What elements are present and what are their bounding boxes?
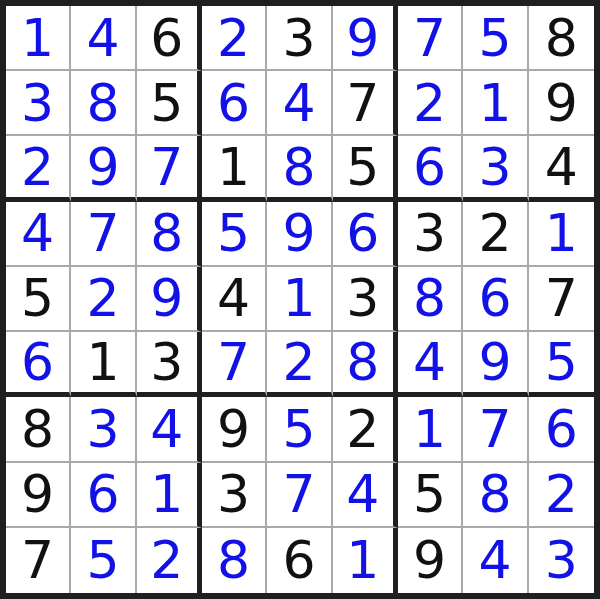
- cell-r2c3[interactable]: 5: [137, 71, 202, 136]
- solved-digit: 8: [478, 468, 511, 520]
- cell-r5c8[interactable]: 6: [463, 267, 528, 332]
- cell-r7c3[interactable]: 4: [137, 397, 202, 462]
- cell-r4c8[interactable]: 2: [463, 202, 528, 267]
- cell-r3c5[interactable]: 8: [267, 136, 332, 201]
- cell-r2c1[interactable]: 3: [6, 71, 71, 136]
- solved-digit: 7: [282, 468, 315, 520]
- cell-r4c1[interactable]: 4: [6, 202, 71, 267]
- solved-digit: 1: [478, 77, 511, 129]
- solved-digit: 1: [346, 534, 379, 586]
- cell-r6c4[interactable]: 7: [202, 332, 267, 397]
- cell-r5c4[interactable]: 4: [202, 267, 267, 332]
- solved-digit: 1: [150, 468, 183, 520]
- cell-r9c5[interactable]: 6: [267, 528, 332, 593]
- solved-digit: 8: [346, 336, 379, 388]
- given-digit: 4: [545, 141, 578, 193]
- given-digit: 9: [217, 403, 250, 455]
- cell-r6c7[interactable]: 4: [398, 332, 463, 397]
- cell-r6c6[interactable]: 8: [333, 332, 398, 397]
- cell-r4c6[interactable]: 6: [333, 202, 398, 267]
- cell-r2c8[interactable]: 1: [463, 71, 528, 136]
- solved-digit: 1: [21, 12, 54, 64]
- given-digit: 3: [217, 468, 250, 520]
- solved-digit: 8: [217, 534, 250, 586]
- cell-r8c2[interactable]: 6: [71, 463, 136, 528]
- solved-digit: 4: [21, 207, 54, 259]
- solved-digit: 4: [413, 336, 446, 388]
- solved-digit: 8: [86, 77, 119, 129]
- solved-digit: 6: [545, 403, 578, 455]
- cell-r8c7[interactable]: 5: [398, 463, 463, 528]
- cell-r3c4[interactable]: 1: [202, 136, 267, 201]
- cell-r1c3[interactable]: 6: [137, 6, 202, 71]
- cell-r3c3[interactable]: 7: [137, 136, 202, 201]
- solved-digit: 7: [217, 336, 250, 388]
- cell-r8c8[interactable]: 8: [463, 463, 528, 528]
- cell-r2c2[interactable]: 8: [71, 71, 136, 136]
- cell-r2c7[interactable]: 2: [398, 71, 463, 136]
- solved-digit: 5: [217, 207, 250, 259]
- cell-r9c2[interactable]: 5: [71, 528, 136, 593]
- cell-r5c7[interactable]: 8: [398, 267, 463, 332]
- cell-r3c6[interactable]: 5: [333, 136, 398, 201]
- given-digit: 2: [346, 403, 379, 455]
- cell-r1c6[interactable]: 9: [333, 6, 398, 71]
- cell-r7c8[interactable]: 7: [463, 397, 528, 462]
- cell-r3c8[interactable]: 3: [463, 136, 528, 201]
- cell-r9c6[interactable]: 1: [333, 528, 398, 593]
- solved-digit: 6: [86, 468, 119, 520]
- cell-r8c1[interactable]: 9: [6, 463, 71, 528]
- cell-r3c1[interactable]: 2: [6, 136, 71, 201]
- cell-r2c9[interactable]: 9: [529, 71, 594, 136]
- solved-digit: 6: [21, 336, 54, 388]
- given-digit: 5: [413, 468, 446, 520]
- given-digit: 3: [413, 207, 446, 259]
- cell-r8c5[interactable]: 7: [267, 463, 332, 528]
- solved-digit: 9: [282, 207, 315, 259]
- cell-r8c6[interactable]: 4: [333, 463, 398, 528]
- cell-r4c3[interactable]: 8: [137, 202, 202, 267]
- given-digit: 2: [478, 207, 511, 259]
- solved-digit: 2: [86, 272, 119, 324]
- cell-r7c2[interactable]: 3: [71, 397, 136, 462]
- solved-digit: 4: [282, 77, 315, 129]
- cell-r7c1[interactable]: 8: [6, 397, 71, 462]
- solved-digit: 5: [478, 12, 511, 64]
- given-digit: 9: [413, 534, 446, 586]
- cell-r1c5[interactable]: 3: [267, 6, 332, 71]
- cell-r1c7[interactable]: 7: [398, 6, 463, 71]
- solved-digit: 4: [346, 468, 379, 520]
- cell-r8c4[interactable]: 3: [202, 463, 267, 528]
- given-digit: 6: [282, 534, 315, 586]
- cell-r6c8[interactable]: 9: [463, 332, 528, 397]
- solved-digit: 8: [413, 272, 446, 324]
- solved-digit: 9: [346, 12, 379, 64]
- given-digit: 6: [150, 12, 183, 64]
- cell-r4c5[interactable]: 9: [267, 202, 332, 267]
- solved-digit: 3: [21, 77, 54, 129]
- solved-digit: 1: [413, 403, 446, 455]
- given-digit: 1: [86, 336, 119, 388]
- cell-r7c6[interactable]: 2: [333, 397, 398, 462]
- solved-digit: 9: [478, 336, 511, 388]
- cell-r5c5[interactable]: 1: [267, 267, 332, 332]
- cell-r1c2[interactable]: 4: [71, 6, 136, 71]
- cell-r5c6[interactable]: 3: [333, 267, 398, 332]
- solved-digit: 4: [86, 12, 119, 64]
- given-digit: 3: [346, 272, 379, 324]
- cell-r9c7[interactable]: 9: [398, 528, 463, 593]
- solved-digit: 6: [346, 207, 379, 259]
- solved-digit: 7: [86, 207, 119, 259]
- solved-digit: 6: [217, 77, 250, 129]
- given-digit: 5: [346, 141, 379, 193]
- solved-digit: 1: [545, 207, 578, 259]
- solved-digit: 2: [217, 12, 250, 64]
- cell-r5c9[interactable]: 7: [529, 267, 594, 332]
- solved-digit: 3: [545, 534, 578, 586]
- cell-r9c3[interactable]: 2: [137, 528, 202, 593]
- cell-r8c9[interactable]: 2: [529, 463, 594, 528]
- solved-digit: 8: [150, 207, 183, 259]
- cell-r4c9[interactable]: 1: [529, 202, 594, 267]
- cell-r7c5[interactable]: 5: [267, 397, 332, 462]
- cell-r8c3[interactable]: 1: [137, 463, 202, 528]
- cell-r1c4[interactable]: 2: [202, 6, 267, 71]
- cell-r7c7[interactable]: 1: [398, 397, 463, 462]
- cell-r2c4[interactable]: 6: [202, 71, 267, 136]
- cell-r7c4[interactable]: 9: [202, 397, 267, 462]
- solved-digit: 4: [478, 534, 511, 586]
- given-digit: 7: [21, 534, 54, 586]
- solved-digit: 5: [545, 336, 578, 388]
- cell-r5c2[interactable]: 2: [71, 267, 136, 332]
- cell-r1c9[interactable]: 8: [529, 6, 594, 71]
- solved-digit: 5: [282, 403, 315, 455]
- cell-r1c8[interactable]: 5: [463, 6, 528, 71]
- solved-digit: 2: [413, 77, 446, 129]
- cell-r9c1[interactable]: 7: [6, 528, 71, 593]
- cell-r6c1[interactable]: 6: [6, 332, 71, 397]
- cell-r5c1[interactable]: 5: [6, 267, 71, 332]
- solved-digit: 7: [150, 141, 183, 193]
- given-digit: 8: [545, 12, 578, 64]
- solved-digit: 2: [150, 534, 183, 586]
- cell-r2c5[interactable]: 4: [267, 71, 332, 136]
- given-digit: 5: [150, 77, 183, 129]
- given-digit: 3: [282, 12, 315, 64]
- solved-digit: 7: [478, 403, 511, 455]
- cell-r3c2[interactable]: 9: [71, 136, 136, 201]
- given-digit: 5: [21, 272, 54, 324]
- cell-r7c9[interactable]: 6: [529, 397, 594, 462]
- cell-r6c5[interactable]: 2: [267, 332, 332, 397]
- cell-r4c2[interactable]: 7: [71, 202, 136, 267]
- solved-digit: 3: [86, 403, 119, 455]
- cell-r9c9[interactable]: 3: [529, 528, 594, 593]
- cell-r6c9[interactable]: 5: [529, 332, 594, 397]
- cell-r2c6[interactable]: 7: [333, 71, 398, 136]
- cell-r4c4[interactable]: 5: [202, 202, 267, 267]
- solved-digit: 5: [86, 534, 119, 586]
- given-digit: 1: [217, 141, 250, 193]
- solved-digit: 1: [282, 272, 315, 324]
- given-digit: 8: [21, 403, 54, 455]
- given-digit: 7: [346, 77, 379, 129]
- cell-r3c7[interactable]: 6: [398, 136, 463, 201]
- cell-r3c9[interactable]: 4: [529, 136, 594, 201]
- solved-digit: 9: [150, 272, 183, 324]
- cell-r6c2[interactable]: 1: [71, 332, 136, 397]
- given-digit: 9: [21, 468, 54, 520]
- solved-digit: 9: [86, 141, 119, 193]
- solved-digit: 6: [413, 141, 446, 193]
- solved-digit: 2: [282, 336, 315, 388]
- given-digit: 9: [545, 77, 578, 129]
- solved-digit: 3: [478, 141, 511, 193]
- cell-r9c8[interactable]: 4: [463, 528, 528, 593]
- solved-digit: 7: [413, 12, 446, 64]
- solved-digit: 2: [545, 468, 578, 520]
- solved-digit: 4: [150, 403, 183, 455]
- cell-r4c7[interactable]: 3: [398, 202, 463, 267]
- sudoku-board: 1462397583856472192971856344785963215294…: [0, 0, 600, 599]
- given-digit: 4: [217, 272, 250, 324]
- cell-r6c3[interactable]: 3: [137, 332, 202, 397]
- solved-digit: 8: [282, 141, 315, 193]
- solved-digit: 2: [21, 141, 54, 193]
- given-digit: 3: [150, 336, 183, 388]
- cell-r5c3[interactable]: 9: [137, 267, 202, 332]
- cell-r9c4[interactable]: 8: [202, 528, 267, 593]
- solved-digit: 6: [478, 272, 511, 324]
- cell-r1c1[interactable]: 1: [6, 6, 71, 71]
- given-digit: 7: [545, 272, 578, 324]
